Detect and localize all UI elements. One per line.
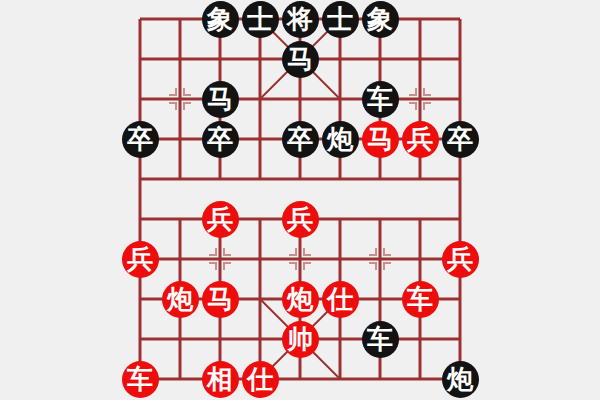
piece-black-pawn[interactable]: 卒 <box>282 121 319 158</box>
board-grid[interactable]: 象士将士象马马车卒卒卒炮马兵卒兵兵兵兵炮马炮仕车帅车车相仕炮 <box>120 0 480 399</box>
piece-red-cannon[interactable]: 炮 <box>282 281 319 318</box>
piece-black-horse[interactable]: 马 <box>282 41 319 78</box>
piece-black-advisor[interactable]: 士 <box>242 1 279 38</box>
piece-red-pawn[interactable]: 兵 <box>402 121 439 158</box>
piece-red-advisor[interactable]: 仕 <box>242 361 279 398</box>
piece-black-elephant[interactable]: 象 <box>362 1 399 38</box>
piece-red-cannon[interactable]: 炮 <box>162 281 199 318</box>
piece-red-pawn[interactable]: 兵 <box>442 241 479 278</box>
piece-black-cannon[interactable]: 炮 <box>442 361 479 398</box>
piece-red-elephant[interactable]: 相 <box>202 361 239 398</box>
piece-red-pawn[interactable]: 兵 <box>122 241 159 278</box>
piece-black-pawn[interactable]: 卒 <box>122 121 159 158</box>
piece-black-pawn[interactable]: 卒 <box>442 121 479 158</box>
piece-black-pawn[interactable]: 卒 <box>202 121 239 158</box>
piece-red-chariot[interactable]: 车 <box>122 361 159 398</box>
piece-red-chariot[interactable]: 车 <box>402 281 439 318</box>
piece-black-horse[interactable]: 马 <box>202 81 239 118</box>
piece-red-horse[interactable]: 马 <box>202 281 239 318</box>
piece-black-chariot[interactable]: 车 <box>362 321 399 358</box>
piece-red-general[interactable]: 帅 <box>282 321 319 358</box>
piece-black-cannon[interactable]: 炮 <box>322 121 359 158</box>
piece-black-general[interactable]: 将 <box>282 1 319 38</box>
piece-black-elephant[interactable]: 象 <box>202 1 239 38</box>
piece-red-horse[interactable]: 马 <box>362 121 399 158</box>
piece-black-chariot[interactable]: 车 <box>362 81 399 118</box>
piece-red-advisor[interactable]: 仕 <box>322 281 359 318</box>
piece-black-advisor[interactable]: 士 <box>322 1 359 38</box>
piece-red-pawn[interactable]: 兵 <box>202 201 239 238</box>
xiangqi-board-area: 象士将士象马马车卒卒卒炮马兵卒兵兵兵兵炮马炮仕车帅车车相仕炮 <box>0 0 600 400</box>
piece-red-pawn[interactable]: 兵 <box>282 201 319 238</box>
